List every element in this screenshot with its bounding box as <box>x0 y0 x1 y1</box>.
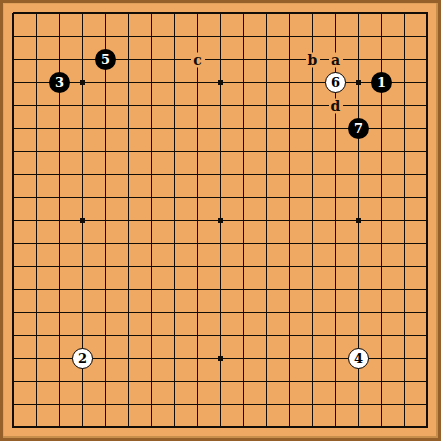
board-cell <box>301 71 324 94</box>
board-cell <box>48 140 71 163</box>
board-cell <box>48 416 71 439</box>
board-cell: b <box>301 48 324 71</box>
board-cell <box>140 209 163 232</box>
board-cell <box>140 255 163 278</box>
board-cell <box>25 163 48 186</box>
board-cell <box>163 71 186 94</box>
star-point <box>218 356 223 361</box>
board-cell <box>370 278 393 301</box>
board-cell <box>117 163 140 186</box>
board-cell <box>117 232 140 255</box>
board-cell <box>2 393 25 416</box>
board-cell <box>416 278 439 301</box>
board-cell <box>416 163 439 186</box>
board-cell <box>71 48 94 71</box>
board-cell <box>232 393 255 416</box>
board-cell <box>370 186 393 209</box>
board-cell <box>416 301 439 324</box>
board-cell <box>48 301 71 324</box>
board-cell <box>324 25 347 48</box>
board-cell <box>140 347 163 370</box>
board-cell <box>324 347 347 370</box>
board-cell <box>255 416 278 439</box>
board-cell <box>2 163 25 186</box>
board-cell <box>324 393 347 416</box>
board-cell <box>347 209 370 232</box>
board-cell <box>393 186 416 209</box>
board-cell <box>209 2 232 25</box>
board-cell <box>416 117 439 140</box>
board-cell <box>186 255 209 278</box>
board-cell <box>370 393 393 416</box>
board-cell <box>140 232 163 255</box>
board-cell <box>232 278 255 301</box>
board-cell <box>393 2 416 25</box>
board-cell <box>232 209 255 232</box>
board-cell <box>347 301 370 324</box>
board-cell <box>209 209 232 232</box>
stone-number: 2 <box>78 352 87 365</box>
board-cell <box>324 2 347 25</box>
board-cell <box>370 2 393 25</box>
board-cell <box>25 393 48 416</box>
board-cell: 5 <box>94 48 117 71</box>
board-cell <box>278 186 301 209</box>
star-point <box>356 218 361 223</box>
board-cell <box>301 347 324 370</box>
board-cell <box>117 324 140 347</box>
point-label: d <box>329 98 343 113</box>
board-cell <box>25 370 48 393</box>
board-cell <box>370 370 393 393</box>
board-cell <box>393 278 416 301</box>
white-stone: 6 <box>325 72 346 93</box>
star-point <box>218 80 223 85</box>
board-cell <box>186 163 209 186</box>
black-stone: 1 <box>371 72 392 93</box>
board-cell <box>25 71 48 94</box>
black-stone: 3 <box>49 72 70 93</box>
board-cell <box>163 25 186 48</box>
board-cell <box>301 209 324 232</box>
board-cell <box>2 140 25 163</box>
board-cell <box>370 232 393 255</box>
black-stone: 5 <box>95 49 116 70</box>
board-cell <box>163 393 186 416</box>
board-cell <box>301 117 324 140</box>
board-cell <box>324 370 347 393</box>
board-cell <box>117 117 140 140</box>
board-cell <box>370 255 393 278</box>
board-cell <box>186 301 209 324</box>
board-cell <box>94 232 117 255</box>
board-cell <box>416 255 439 278</box>
board-cell <box>94 71 117 94</box>
board-cell <box>393 232 416 255</box>
board-cell <box>117 25 140 48</box>
star-point <box>356 80 361 85</box>
board-cell <box>416 186 439 209</box>
board-cell <box>416 209 439 232</box>
board-cell <box>117 186 140 209</box>
stone-number: 1 <box>377 76 386 89</box>
board-cell <box>301 301 324 324</box>
board-cell <box>416 94 439 117</box>
board-cell <box>347 71 370 94</box>
board-cell <box>48 393 71 416</box>
board-cell <box>186 393 209 416</box>
board-cell <box>393 393 416 416</box>
board-cell <box>393 140 416 163</box>
board-cell: a <box>324 48 347 71</box>
board-cell: 7 <box>347 117 370 140</box>
board-cell <box>393 209 416 232</box>
board-cell <box>232 347 255 370</box>
board-cell <box>232 48 255 71</box>
board-cell <box>278 301 301 324</box>
board-cell <box>140 324 163 347</box>
black-stone: 7 <box>348 118 369 139</box>
board-cell <box>209 255 232 278</box>
board-cell <box>347 94 370 117</box>
board-cell <box>71 2 94 25</box>
board-cell <box>255 278 278 301</box>
board-cell <box>232 324 255 347</box>
board-cell <box>186 71 209 94</box>
board-cell <box>416 140 439 163</box>
board-cell <box>25 278 48 301</box>
board-cell <box>209 48 232 71</box>
board-cell <box>71 25 94 48</box>
board-cell: 6 <box>324 71 347 94</box>
stone-number: 5 <box>101 53 110 66</box>
board-cell <box>2 324 25 347</box>
board-cell <box>278 117 301 140</box>
board-cell <box>301 416 324 439</box>
board-cell <box>140 416 163 439</box>
board-cell <box>2 48 25 71</box>
board-cell <box>301 163 324 186</box>
stone-number: 7 <box>354 122 363 135</box>
board-cell <box>324 278 347 301</box>
board-cell <box>94 347 117 370</box>
board-cell <box>232 232 255 255</box>
board-cell <box>278 25 301 48</box>
board-cell <box>232 255 255 278</box>
board-cell <box>324 301 347 324</box>
board-cell <box>71 301 94 324</box>
board-cell <box>278 416 301 439</box>
board-cell <box>94 25 117 48</box>
board-cell <box>209 347 232 370</box>
board-cell <box>370 140 393 163</box>
board-cell <box>71 232 94 255</box>
board-cell <box>370 209 393 232</box>
board-cell <box>416 347 439 370</box>
board-cell <box>2 232 25 255</box>
board-cell <box>347 232 370 255</box>
board-cell <box>301 370 324 393</box>
board-cell <box>163 370 186 393</box>
board-cell <box>255 347 278 370</box>
board-cell <box>186 370 209 393</box>
board-cell <box>232 163 255 186</box>
board-cell <box>163 186 186 209</box>
board-cell <box>255 48 278 71</box>
board-cell <box>186 347 209 370</box>
board-cell <box>232 301 255 324</box>
board-cell <box>48 347 71 370</box>
board-cell <box>94 393 117 416</box>
board-cell <box>255 232 278 255</box>
board-cell <box>324 117 347 140</box>
board-cell <box>324 416 347 439</box>
board-cell <box>324 324 347 347</box>
board-cell <box>255 71 278 94</box>
board-cell <box>163 94 186 117</box>
board-cell <box>393 71 416 94</box>
board-cell <box>393 301 416 324</box>
board-cell <box>186 232 209 255</box>
board-cell <box>140 25 163 48</box>
board-cell <box>2 186 25 209</box>
board-cell <box>301 94 324 117</box>
board-cell <box>2 370 25 393</box>
board-cell <box>186 140 209 163</box>
board-cell <box>209 71 232 94</box>
board-cell <box>301 25 324 48</box>
board-cell <box>163 416 186 439</box>
board-cell <box>48 48 71 71</box>
board-cell <box>370 347 393 370</box>
board-cell <box>140 71 163 94</box>
board-cell <box>163 209 186 232</box>
board-cell <box>255 140 278 163</box>
board-cell <box>94 94 117 117</box>
white-stone: 4 <box>348 348 369 369</box>
point-label: c <box>191 52 205 67</box>
board-grid: 5cba361d724 <box>2 2 439 439</box>
board-cell <box>347 278 370 301</box>
board-cell <box>278 393 301 416</box>
board-cell <box>186 324 209 347</box>
board-cell <box>94 416 117 439</box>
board-cell <box>416 25 439 48</box>
board-cell <box>25 324 48 347</box>
board-cell <box>48 94 71 117</box>
board-cell <box>370 94 393 117</box>
white-stone: 2 <box>72 348 93 369</box>
board-cell <box>25 209 48 232</box>
board-cell <box>48 186 71 209</box>
board-cell <box>301 140 324 163</box>
board-cell <box>209 370 232 393</box>
board-cell <box>370 48 393 71</box>
board-cell <box>71 117 94 140</box>
board-cell <box>255 163 278 186</box>
board-cell <box>255 393 278 416</box>
board-cell <box>94 278 117 301</box>
board-cell <box>232 370 255 393</box>
board-cell <box>163 301 186 324</box>
board-cell <box>186 2 209 25</box>
board-cell <box>209 117 232 140</box>
board-cell <box>117 140 140 163</box>
board-cell <box>324 255 347 278</box>
board-cell <box>278 278 301 301</box>
board-cell <box>71 186 94 209</box>
board-cell <box>71 94 94 117</box>
board-cell <box>393 324 416 347</box>
board-cell <box>186 278 209 301</box>
board-cell <box>25 94 48 117</box>
board-cell <box>71 393 94 416</box>
star-point <box>80 218 85 223</box>
board-cell: 4 <box>347 347 370 370</box>
board-cell <box>117 347 140 370</box>
go-board-diagram: 5cba361d724 <box>0 0 441 441</box>
board-cell <box>117 416 140 439</box>
board-cell <box>278 140 301 163</box>
board-cell <box>416 416 439 439</box>
board-cell <box>25 48 48 71</box>
board-cell <box>48 117 71 140</box>
board-cell <box>140 94 163 117</box>
board-cell <box>301 232 324 255</box>
board-cell <box>25 255 48 278</box>
board-cell <box>163 140 186 163</box>
stone-number: 4 <box>354 352 363 365</box>
board-cell <box>71 416 94 439</box>
board-cell <box>117 48 140 71</box>
board-cell <box>140 186 163 209</box>
board-cell: 2 <box>71 347 94 370</box>
board-cell <box>209 186 232 209</box>
board-cell <box>2 301 25 324</box>
board-cell <box>416 393 439 416</box>
board-cell <box>186 94 209 117</box>
board-cell <box>48 255 71 278</box>
board-cell <box>48 163 71 186</box>
board-cell <box>71 209 94 232</box>
board-cell <box>140 117 163 140</box>
board-cell <box>209 416 232 439</box>
board-cell <box>209 232 232 255</box>
board-cell <box>347 25 370 48</box>
board-cell <box>255 117 278 140</box>
board-cell <box>163 324 186 347</box>
board-cell <box>301 393 324 416</box>
board-cell <box>2 347 25 370</box>
board-cell <box>140 301 163 324</box>
stone-number: 6 <box>331 76 340 89</box>
board-cell <box>278 94 301 117</box>
board-cell <box>71 255 94 278</box>
board-cell <box>117 393 140 416</box>
board-cell <box>94 117 117 140</box>
board-cell <box>25 347 48 370</box>
board-cell <box>416 2 439 25</box>
board-cell <box>94 140 117 163</box>
board-cell <box>163 278 186 301</box>
board-cell <box>117 370 140 393</box>
board-cell <box>347 163 370 186</box>
board-cell <box>94 255 117 278</box>
board-cell <box>71 370 94 393</box>
board-cell <box>370 324 393 347</box>
board-cell <box>324 186 347 209</box>
board-cell <box>117 255 140 278</box>
board-cell <box>393 25 416 48</box>
board-cell <box>2 71 25 94</box>
board-cell <box>255 94 278 117</box>
star-point <box>218 218 223 223</box>
board-cell <box>278 209 301 232</box>
board-cell <box>255 370 278 393</box>
board-cell <box>71 324 94 347</box>
board-cell <box>347 186 370 209</box>
board-cell <box>94 370 117 393</box>
board-cell <box>117 71 140 94</box>
board-cell <box>347 140 370 163</box>
board-cell <box>232 25 255 48</box>
board-cell <box>25 117 48 140</box>
board-cell <box>393 255 416 278</box>
board-cell <box>393 347 416 370</box>
point-label: b <box>306 52 320 67</box>
board-cell <box>25 186 48 209</box>
board-cell <box>370 301 393 324</box>
board-cell <box>232 140 255 163</box>
board-cell: 1 <box>370 71 393 94</box>
board-cell <box>416 370 439 393</box>
board-cell <box>48 370 71 393</box>
board-cell <box>2 278 25 301</box>
board-cell <box>117 301 140 324</box>
board-cell <box>416 324 439 347</box>
board-cell <box>94 2 117 25</box>
board-cell <box>2 209 25 232</box>
board-cell <box>324 163 347 186</box>
board-cell <box>324 140 347 163</box>
board-cell <box>370 117 393 140</box>
board-cell <box>278 347 301 370</box>
board-cell <box>347 393 370 416</box>
board-cell <box>25 140 48 163</box>
board-cell <box>347 2 370 25</box>
board-cell <box>278 48 301 71</box>
board-cell <box>163 48 186 71</box>
board-cell <box>48 209 71 232</box>
board-cell <box>232 2 255 25</box>
board-cell <box>25 232 48 255</box>
board-cell <box>255 209 278 232</box>
board-cell <box>71 278 94 301</box>
board-cell <box>186 186 209 209</box>
board-cell <box>209 324 232 347</box>
board-cell <box>94 209 117 232</box>
board-cell <box>255 25 278 48</box>
board-cell <box>2 255 25 278</box>
board-cell <box>48 278 71 301</box>
board-cell <box>186 416 209 439</box>
board-cell <box>2 117 25 140</box>
board-cell <box>209 393 232 416</box>
board-cell <box>209 140 232 163</box>
board-cell <box>255 255 278 278</box>
board-cell <box>140 2 163 25</box>
board-cell <box>71 163 94 186</box>
